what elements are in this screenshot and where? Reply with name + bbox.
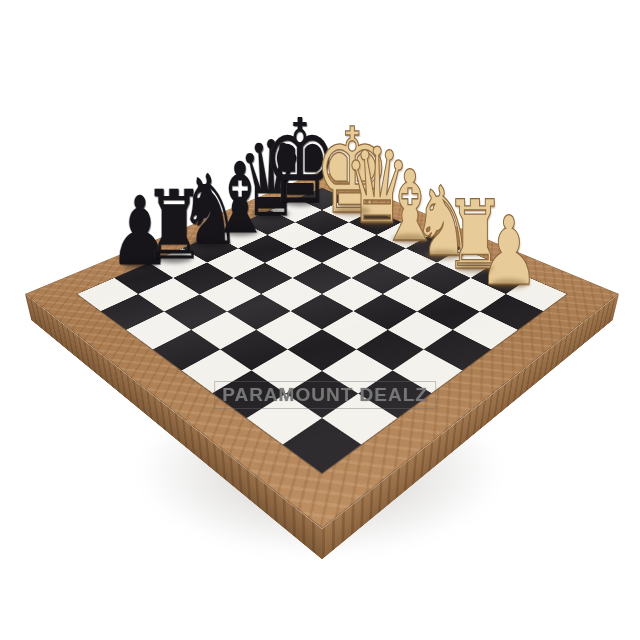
piece-shadow: [122, 259, 158, 269]
piece-shadow: [282, 196, 318, 206]
piece-shadow: [392, 234, 428, 244]
piece-shadow: [334, 206, 370, 216]
piece-shadow: [359, 216, 395, 226]
piece-shadow: [192, 238, 228, 248]
piece-shadow: [491, 279, 527, 289]
piece-shadow: [425, 250, 461, 260]
piece-shadow: [253, 209, 289, 219]
piece-shadow: [457, 263, 493, 273]
piece-shadow: [222, 226, 258, 236]
piece-shadow: [156, 253, 192, 263]
pieces-layer: ♟♜♞♝♛♚♚♛♝♞♜♟: [0, 0, 640, 640]
